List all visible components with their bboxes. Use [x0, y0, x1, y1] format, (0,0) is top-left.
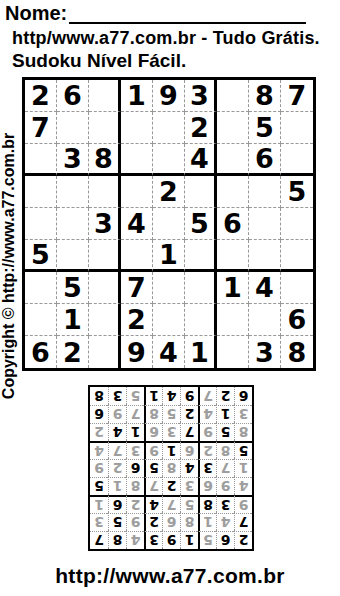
cell-r2c4: 8 [180, 513, 198, 531]
cell-r6c8 [249, 240, 281, 272]
cell-r8c8: 9 [108, 405, 126, 423]
cell-r1c5: 9 [162, 531, 180, 549]
cell-r2c9: 3 [90, 513, 108, 531]
cell-r3c1 [25, 144, 57, 176]
cell-r8c8 [249, 304, 281, 336]
cell-r9c9: 8 [90, 387, 108, 405]
cell-r3c1: 9 [234, 495, 252, 513]
cell-r9c7: 5 [126, 387, 144, 405]
cell-r9c6: 1 [144, 387, 162, 405]
cell-r1c8: 8 [249, 80, 281, 112]
cell-r4c7: 8 [126, 477, 144, 495]
cell-r2c6: 2 [144, 513, 162, 531]
cell-r8c2: 1 [216, 405, 234, 423]
cell-r8c5: 5 [162, 405, 180, 423]
cell-r3c2: 3 [57, 144, 89, 176]
cell-r7c6: 6 [144, 423, 162, 441]
cell-r1c8: 8 [108, 531, 126, 549]
cell-r2c7 [217, 112, 249, 144]
cell-r9c4: 9 [180, 387, 198, 405]
cell-r1c3 [89, 80, 121, 112]
cell-r4c9: 5 [90, 477, 108, 495]
puzzle-title: Sudoku Nível Fácil. [12, 50, 186, 72]
cell-r3c4 [121, 144, 153, 176]
cell-r4c2 [57, 176, 89, 208]
cell-r3c3: 8 [89, 144, 121, 176]
cell-r1c5: 9 [153, 80, 185, 112]
cell-r3c5 [153, 144, 185, 176]
cell-r6c9: 4 [90, 441, 108, 459]
copyright-vertical-text: Copyright © http://www.a77.com.br [0, 133, 18, 399]
cell-r4c5: 2 [153, 176, 185, 208]
cell-r9c2: 2 [216, 387, 234, 405]
cell-r5c2 [57, 208, 89, 240]
solution-board-rotated-180: 2651934877418629539385742614963278151734… [88, 385, 254, 551]
cell-r5c7: 6 [126, 459, 144, 477]
cell-r1c2: 6 [57, 80, 89, 112]
cell-r4c6: 7 [144, 477, 162, 495]
cell-r8c5 [153, 304, 185, 336]
cell-r1c6: 3 [144, 531, 162, 549]
cell-r3c9 [281, 144, 313, 176]
cell-r6c4: 6 [180, 441, 198, 459]
cell-r5c6: 5 [185, 208, 217, 240]
cell-r2c4 [121, 112, 153, 144]
cell-r4c1: 4 [234, 477, 252, 495]
cell-r9c4: 9 [121, 336, 153, 368]
cell-r9c2: 2 [57, 336, 89, 368]
cell-r6c6: 9 [144, 441, 162, 459]
name-row: Nome: [5, 3, 306, 24]
cell-r6c9 [281, 240, 313, 272]
cell-r3c5: 7 [162, 495, 180, 513]
cell-r1c9: 7 [90, 531, 108, 549]
cell-r7c1 [25, 272, 57, 304]
cell-r8c9: 6 [281, 304, 313, 336]
cell-r4c9: 5 [281, 176, 313, 208]
cell-r5c3: 3 [89, 208, 121, 240]
cell-r9c5: 4 [153, 336, 185, 368]
cell-r1c9: 7 [281, 80, 313, 112]
cell-r6c3 [89, 240, 121, 272]
cell-r9c8: 3 [108, 387, 126, 405]
cell-r2c8: 5 [108, 513, 126, 531]
cell-r3c8: 6 [108, 495, 126, 513]
cell-r6c4 [121, 240, 153, 272]
cell-r3c6: 4 [144, 495, 162, 513]
cell-r2c8: 5 [249, 112, 281, 144]
cell-r6c3: 2 [198, 441, 216, 459]
cell-r5c9: 9 [90, 459, 108, 477]
cell-r4c3: 6 [198, 477, 216, 495]
cell-r5c1: 1 [234, 459, 252, 477]
cell-r8c6: 8 [144, 405, 162, 423]
cell-r9c3: 7 [198, 387, 216, 405]
cell-r4c8 [249, 176, 281, 208]
cell-r4c8: 1 [108, 477, 126, 495]
cell-r6c2: 8 [216, 441, 234, 459]
cell-r9c6: 1 [185, 336, 217, 368]
cell-r1c6: 3 [185, 80, 217, 112]
cell-r5c8: 2 [108, 459, 126, 477]
cell-r8c1: 3 [234, 405, 252, 423]
cell-r7c2: 5 [57, 272, 89, 304]
cell-r3c6: 4 [185, 144, 217, 176]
cell-r2c6: 2 [185, 112, 217, 144]
cell-r1c1: 2 [25, 80, 57, 112]
cell-r5c5: 8 [162, 459, 180, 477]
cell-r7c4: 7 [121, 272, 153, 304]
cell-r4c4 [121, 176, 153, 208]
cell-r2c5: 6 [162, 513, 180, 531]
cell-r3c9: 1 [90, 495, 108, 513]
cell-r7c1: 8 [234, 423, 252, 441]
cell-r2c5 [153, 112, 185, 144]
cell-r9c3 [89, 336, 121, 368]
cell-r2c7: 9 [126, 513, 144, 531]
cell-r8c3: 4 [198, 405, 216, 423]
cell-r2c1: 7 [25, 112, 57, 144]
cell-r1c4: 1 [121, 80, 153, 112]
cell-r9c1: 6 [25, 336, 57, 368]
cell-r6c1: 5 [25, 240, 57, 272]
cell-r8c4: 2 [121, 304, 153, 336]
cell-r1c1: 2 [234, 531, 252, 549]
cell-r3c7: 2 [126, 495, 144, 513]
cell-r2c9 [281, 112, 313, 144]
cell-r4c1 [25, 176, 57, 208]
cell-r2c3 [89, 112, 121, 144]
cell-r6c8: 7 [108, 441, 126, 459]
cell-r4c7 [217, 176, 249, 208]
cell-r7c3 [89, 272, 121, 304]
cell-r5c2: 7 [216, 459, 234, 477]
cell-r5c8 [249, 208, 281, 240]
cell-r7c9: 2 [90, 423, 108, 441]
cell-r7c6 [185, 272, 217, 304]
cell-r7c3: 9 [198, 423, 216, 441]
footer-url: http://www.a77.com.br [0, 564, 340, 588]
cell-r1c7 [217, 80, 249, 112]
cell-r6c7 [217, 240, 249, 272]
cell-r4c5: 2 [162, 477, 180, 495]
cell-r8c6 [185, 304, 217, 336]
cell-r3c7 [217, 144, 249, 176]
cell-r5c4: 4 [180, 459, 198, 477]
cell-r7c8: 4 [108, 423, 126, 441]
cell-r3c2: 3 [216, 495, 234, 513]
cell-r8c3 [89, 304, 121, 336]
cell-r7c4: 7 [180, 423, 198, 441]
cell-r7c9 [281, 272, 313, 304]
cell-r2c1: 7 [234, 513, 252, 531]
sudoku-board: 261938772538462534565157141266294138 [22, 77, 316, 371]
cell-r9c5: 4 [162, 387, 180, 405]
cell-r7c2: 5 [216, 423, 234, 441]
cell-r6c5: 1 [153, 240, 185, 272]
cell-r4c2: 9 [216, 477, 234, 495]
cell-r3c4: 5 [180, 495, 198, 513]
name-label: Nome: [5, 3, 67, 24]
cell-r6c7: 3 [126, 441, 144, 459]
cell-r3c3: 8 [198, 495, 216, 513]
cell-r2c2: 4 [216, 513, 234, 531]
cell-r6c1: 5 [234, 441, 252, 459]
cell-r5c3: 3 [198, 459, 216, 477]
cell-r5c5 [153, 208, 185, 240]
cell-r8c2: 1 [57, 304, 89, 336]
cell-r8c4: 2 [180, 405, 198, 423]
cell-r7c7: 1 [217, 272, 249, 304]
cell-r9c8: 3 [249, 336, 281, 368]
cell-r7c7: 1 [126, 423, 144, 441]
cell-r6c6 [185, 240, 217, 272]
cell-r2c3: 1 [198, 513, 216, 531]
cell-r9c7 [217, 336, 249, 368]
cell-r7c5 [153, 272, 185, 304]
cell-r9c1: 6 [234, 387, 252, 405]
site-url-header: http/www.a77.com.br - Tudo Grátis. [12, 28, 320, 49]
cell-r1c7: 4 [126, 531, 144, 549]
cell-r3c8: 6 [249, 144, 281, 176]
cell-r4c3 [89, 176, 121, 208]
cell-r8c9: 6 [90, 405, 108, 423]
cell-r4c4: 3 [180, 477, 198, 495]
cell-r5c1 [25, 208, 57, 240]
cell-r5c4: 4 [121, 208, 153, 240]
cell-r1c3: 5 [198, 531, 216, 549]
cell-r7c8: 4 [249, 272, 281, 304]
cell-r1c2: 6 [216, 531, 234, 549]
cell-r2c2 [57, 112, 89, 144]
cell-r6c5: 1 [162, 441, 180, 459]
cell-r5c9 [281, 208, 313, 240]
cell-r8c7: 7 [126, 405, 144, 423]
cell-r7c5: 3 [162, 423, 180, 441]
cell-r8c1 [25, 304, 57, 336]
cell-r8c7 [217, 304, 249, 336]
name-blank-line [69, 3, 306, 24]
cell-r1c4: 1 [180, 531, 198, 549]
cell-r9c9: 8 [281, 336, 313, 368]
cell-r5c7: 6 [217, 208, 249, 240]
cell-r4c6 [185, 176, 217, 208]
cell-r5c6: 5 [144, 459, 162, 477]
cell-r6c2 [57, 240, 89, 272]
